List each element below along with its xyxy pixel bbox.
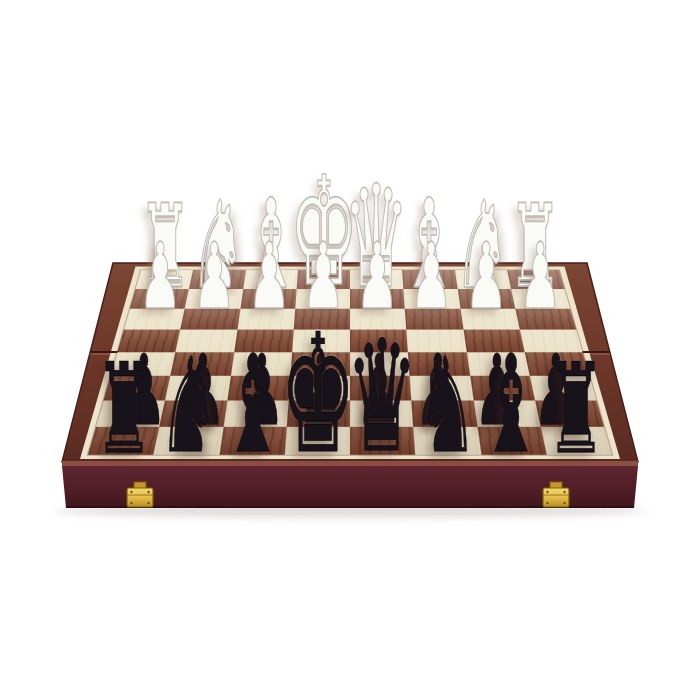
square-f2 <box>240 289 296 309</box>
square-d8 <box>350 427 415 455</box>
square-d6 <box>350 375 412 400</box>
square-h3 <box>124 309 185 330</box>
square-d1 <box>350 270 404 289</box>
square-f5 <box>230 352 291 375</box>
square-c3 <box>405 309 463 330</box>
square-a8 <box>540 427 612 455</box>
square-e3 <box>293 309 350 330</box>
square-e1 <box>296 270 350 289</box>
square-d7 <box>350 400 413 426</box>
square-e7 <box>287 400 350 426</box>
square-c4 <box>407 330 467 352</box>
square-h6 <box>104 375 171 400</box>
square-f7 <box>223 400 288 426</box>
square-a7 <box>535 400 604 426</box>
square-e5 <box>290 352 350 375</box>
square-f8 <box>219 427 286 455</box>
square-b2 <box>457 289 515 309</box>
square-b3 <box>460 309 520 330</box>
square-h2 <box>130 289 189 309</box>
square-b1 <box>455 270 511 289</box>
square-h7 <box>96 400 165 426</box>
square-b8 <box>477 427 546 455</box>
square-a1 <box>507 270 565 289</box>
square-h4 <box>118 330 181 352</box>
square-g5 <box>171 352 234 375</box>
square-e4 <box>292 330 350 352</box>
square-c5 <box>408 352 469 375</box>
square-d3 <box>350 309 407 330</box>
square-b5 <box>466 352 529 375</box>
square-a4 <box>520 330 583 352</box>
square-g2 <box>185 289 243 309</box>
square-g4 <box>176 330 237 352</box>
chess-set-product-photo: ♜♞♝♚♛♝♞♜♟♟♟♟♟♟♟♟♟♟♟♟♟♟♟♟♜♞♝♚♛♞♝♜ <box>0 0 700 700</box>
square-f3 <box>237 309 295 330</box>
square-d4 <box>350 330 408 352</box>
square-b4 <box>463 330 524 352</box>
square-g7 <box>160 400 227 426</box>
square-a2 <box>511 289 570 309</box>
square-c2 <box>404 289 460 309</box>
square-f1 <box>243 270 298 289</box>
square-c6 <box>410 375 473 400</box>
square-b7 <box>473 400 540 426</box>
square-e8 <box>285 427 350 455</box>
square-e2 <box>295 289 350 309</box>
square-a3 <box>515 309 576 330</box>
square-a5 <box>524 352 589 375</box>
square-b6 <box>470 375 535 400</box>
chess-board-grid <box>88 270 612 455</box>
square-g3 <box>180 309 240 330</box>
square-h5 <box>111 352 176 375</box>
square-f6 <box>227 375 290 400</box>
square-h8 <box>88 427 160 455</box>
square-g6 <box>165 375 230 400</box>
square-c1 <box>402 270 457 289</box>
square-g1 <box>189 270 245 289</box>
square-f4 <box>234 330 294 352</box>
square-d5 <box>350 352 410 375</box>
square-a6 <box>529 375 596 400</box>
square-h1 <box>136 270 194 289</box>
square-c7 <box>412 400 477 426</box>
square-e6 <box>288 375 350 400</box>
square-d2 <box>350 289 405 309</box>
square-g8 <box>154 427 223 455</box>
square-c8 <box>413 427 480 455</box>
